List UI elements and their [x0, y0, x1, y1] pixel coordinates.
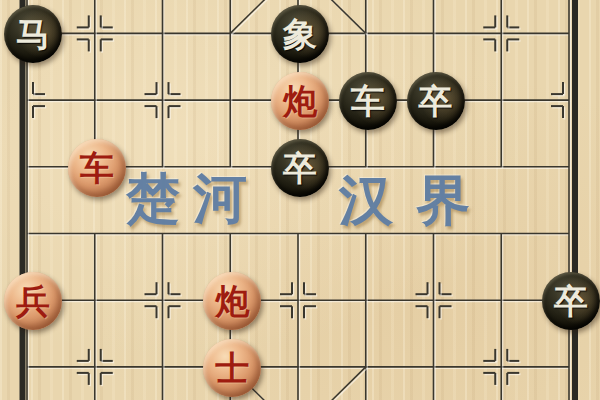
piece-glyph: 兵 [16, 284, 50, 318]
piece-glyph: 马 [16, 17, 50, 51]
piece-glyph: 卒 [554, 284, 588, 318]
piece-glyph: 炮 [283, 84, 317, 118]
piece-glyph: 车 [80, 151, 114, 185]
piece-glyph: 卒 [283, 151, 317, 185]
piece-glyph: 士 [215, 351, 249, 385]
piece-red-cannon[interactable]: 炮 [271, 72, 329, 130]
piece-red-advisor[interactable]: 士 [203, 339, 261, 397]
piece-glyph: 卒 [419, 84, 453, 118]
piece-red-cannon[interactable]: 炮 [203, 272, 261, 330]
piece-red-chariot[interactable]: 车 [68, 139, 126, 197]
piece-red-soldier[interactable]: 兵 [4, 272, 62, 330]
piece-glyph: 车 [351, 84, 385, 118]
piece-black-soldier[interactable]: 卒 [542, 272, 600, 330]
pieces-layer: 马象炮车卒车卒兵炮卒士 [0, 0, 600, 400]
piece-black-soldier[interactable]: 卒 [271, 139, 329, 197]
piece-black-elephant[interactable]: 象 [271, 5, 329, 63]
piece-black-chariot[interactable]: 车 [339, 72, 397, 130]
piece-black-soldier[interactable]: 卒 [407, 72, 465, 130]
xiangqi-board[interactable]: 楚河 汉界 马象炮车卒车卒兵炮卒士 [0, 0, 600, 400]
piece-black-horse[interactable]: 马 [4, 5, 62, 63]
piece-glyph: 象 [283, 17, 317, 51]
piece-glyph: 炮 [215, 284, 249, 318]
